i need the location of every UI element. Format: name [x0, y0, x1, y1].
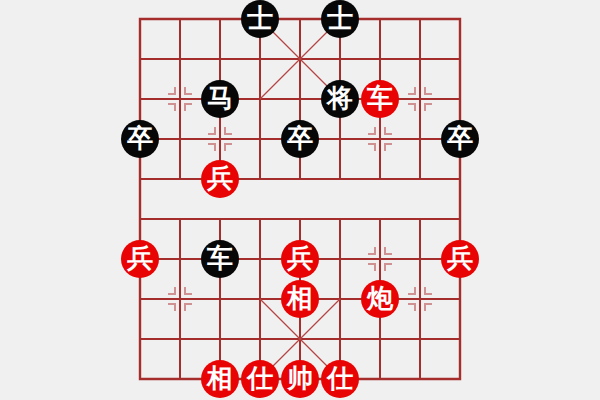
piece-red-cannon[interactable]: 炮: [361, 280, 399, 318]
piece-grid: 士士马将车卒卒卒兵兵车兵兵相炮相仕帅仕: [120, 0, 480, 399]
piece-black-pawn-b[interactable]: 卒: [281, 120, 319, 158]
piece-black-advisor-left[interactable]: 士: [241, 0, 279, 38]
piece-red-pawn-c[interactable]: 兵: [281, 240, 319, 278]
piece-red-general[interactable]: 帅: [281, 360, 319, 398]
piece-red-advisor-right[interactable]: 仕: [321, 360, 359, 398]
piece-red-elephant-left[interactable]: 相: [201, 360, 239, 398]
piece-black-pawn-a[interactable]: 卒: [121, 120, 159, 158]
piece-red-advisor-left[interactable]: 仕: [241, 360, 279, 398]
xiangqi-board[interactable]: 士士马将车卒卒卒兵兵车兵兵相炮相仕帅仕: [0, 0, 600, 400]
piece-red-pawn-d[interactable]: 兵: [441, 240, 479, 278]
piece-black-chariot[interactable]: 车: [201, 240, 239, 278]
piece-black-horse[interactable]: 马: [201, 80, 239, 118]
piece-red-pawn-b[interactable]: 兵: [121, 240, 159, 278]
piece-black-general[interactable]: 将: [321, 80, 359, 118]
piece-black-advisor-right[interactable]: 士: [321, 0, 359, 38]
piece-red-chariot[interactable]: 车: [361, 80, 399, 118]
piece-red-elephant-center[interactable]: 相: [281, 280, 319, 318]
piece-red-pawn-a[interactable]: 兵: [201, 160, 239, 198]
piece-black-pawn-c[interactable]: 卒: [441, 120, 479, 158]
